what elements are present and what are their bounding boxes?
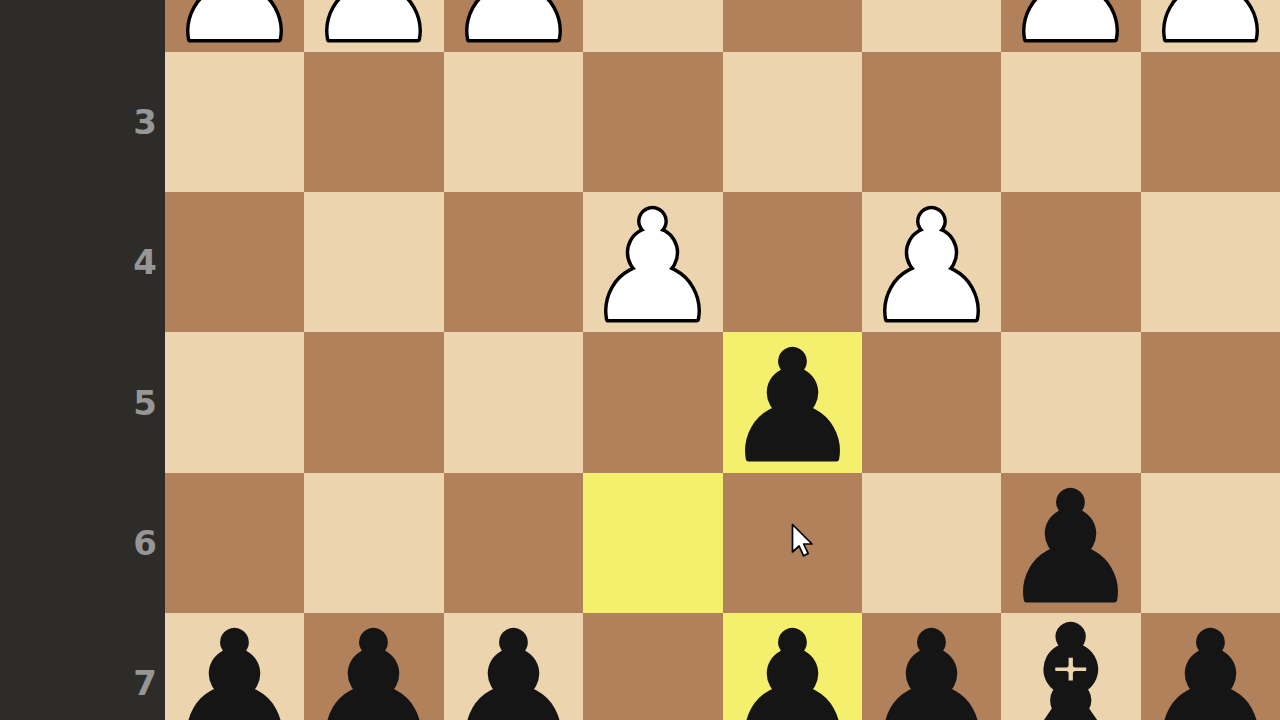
white-pawn-h2-icon[interactable]: ♟ (165, 0, 304, 52)
square-b7[interactable]: ♝ (1001, 613, 1140, 720)
square-a3[interactable] (1141, 52, 1280, 192)
square-e2[interactable] (583, 0, 722, 52)
black-pawn-f7-icon[interactable]: ♟ (444, 613, 583, 720)
square-f3[interactable] (444, 52, 583, 192)
square-e5[interactable] (583, 332, 722, 472)
black-pawn-a7-icon[interactable]: ♟ (1141, 613, 1280, 720)
svg-text:♟: ♟ (307, 613, 442, 720)
black-bishop-b7-icon[interactable]: ♝ (1001, 613, 1140, 720)
white-pawn-a2-icon[interactable]: ♟ (1141, 0, 1280, 52)
square-a4[interactable] (1141, 192, 1280, 332)
square-h2[interactable]: ♟ (165, 0, 304, 52)
svg-text:♟: ♟ (725, 332, 860, 472)
black-pawn-b6-icon[interactable]: ♟ (1001, 473, 1140, 613)
square-g5[interactable] (304, 332, 443, 472)
square-e6[interactable] (583, 473, 722, 613)
square-c3[interactable] (862, 52, 1001, 192)
square-h7[interactable]: ♟ (165, 613, 304, 720)
square-b2[interactable]: ♟ (1001, 0, 1140, 52)
rank-label-5: 5 (133, 386, 157, 420)
square-a2[interactable]: ♟ (1141, 0, 1280, 52)
square-g6[interactable] (304, 473, 443, 613)
svg-text:♟: ♟ (725, 613, 860, 720)
svg-text:♟: ♟ (167, 613, 302, 720)
square-e3[interactable] (583, 52, 722, 192)
svg-text:♟: ♟ (446, 613, 581, 720)
square-c5[interactable] (862, 332, 1001, 472)
white-pawn-c4-icon[interactable]: ♟ (862, 192, 1001, 332)
svg-text:♟: ♟ (585, 192, 720, 332)
square-d2[interactable] (723, 0, 862, 52)
svg-text:♟: ♟ (864, 192, 999, 332)
square-f5[interactable] (444, 332, 583, 472)
square-a5[interactable] (1141, 332, 1280, 472)
black-pawn-g7-icon[interactable]: ♟ (304, 613, 443, 720)
rank-label-3: 3 (133, 105, 157, 139)
square-g4[interactable] (304, 192, 443, 332)
square-e4[interactable]: ♟ (583, 192, 722, 332)
square-c7[interactable]: ♟ (862, 613, 1001, 720)
square-f6[interactable] (444, 473, 583, 613)
svg-text:♟: ♟ (1143, 613, 1278, 720)
svg-text:♟: ♟ (1004, 473, 1139, 613)
square-h3[interactable] (165, 52, 304, 192)
black-pawn-d5-icon[interactable]: ♟ (723, 332, 862, 472)
square-g2[interactable]: ♟ (304, 0, 443, 52)
square-h4[interactable] (165, 192, 304, 332)
square-c4[interactable]: ♟ (862, 192, 1001, 332)
rank-label-4: 4 (133, 245, 157, 279)
svg-text:♟: ♟ (167, 0, 302, 52)
square-d6[interactable] (723, 473, 862, 613)
square-b5[interactable] (1001, 332, 1140, 472)
white-pawn-g2-icon[interactable]: ♟ (304, 0, 443, 52)
square-h6[interactable] (165, 473, 304, 613)
board-viewport: ♟♟♟♟♟♟♟♟♟♟♟♟♟♟♝♟ (165, 0, 1280, 720)
rank-label-6: 6 (133, 526, 157, 560)
square-d3[interactable] (723, 52, 862, 192)
svg-text:♟: ♟ (307, 0, 442, 52)
square-a6[interactable] (1141, 473, 1280, 613)
svg-text:♝: ♝ (1001, 613, 1140, 720)
square-g3[interactable] (304, 52, 443, 192)
svg-text:♟: ♟ (446, 0, 581, 52)
square-d4[interactable] (723, 192, 862, 332)
white-pawn-f2-icon[interactable]: ♟ (444, 0, 583, 52)
square-h5[interactable] (165, 332, 304, 472)
square-e7[interactable] (583, 613, 722, 720)
square-c2[interactable] (862, 0, 1001, 52)
black-pawn-h7-icon[interactable]: ♟ (165, 613, 304, 720)
white-pawn-b2-icon[interactable]: ♟ (1001, 0, 1140, 52)
square-f2[interactable]: ♟ (444, 0, 583, 52)
black-pawn-c7-icon[interactable]: ♟ (862, 613, 1001, 720)
svg-text:♟: ♟ (1004, 0, 1139, 52)
square-a7[interactable]: ♟ (1141, 613, 1280, 720)
square-c6[interactable] (862, 473, 1001, 613)
square-b3[interactable] (1001, 52, 1140, 192)
white-pawn-e4-icon[interactable]: ♟ (583, 192, 722, 332)
square-d5[interactable]: ♟ (723, 332, 862, 472)
black-pawn-d7-icon[interactable]: ♟ (723, 613, 862, 720)
square-g7[interactable]: ♟ (304, 613, 443, 720)
square-d7[interactable]: ♟ (723, 613, 862, 720)
square-f4[interactable] (444, 192, 583, 332)
square-b4[interactable] (1001, 192, 1140, 332)
svg-text:♟: ♟ (1143, 0, 1278, 52)
svg-text:♟: ♟ (864, 613, 999, 720)
rank-label-7: 7 (133, 666, 157, 700)
square-b6[interactable]: ♟ (1001, 473, 1140, 613)
chess-board[interactable]: ♟♟♟♟♟♟♟♟♟♟♟♟♟♟♝♟ (165, 0, 1280, 720)
square-f7[interactable]: ♟ (444, 613, 583, 720)
